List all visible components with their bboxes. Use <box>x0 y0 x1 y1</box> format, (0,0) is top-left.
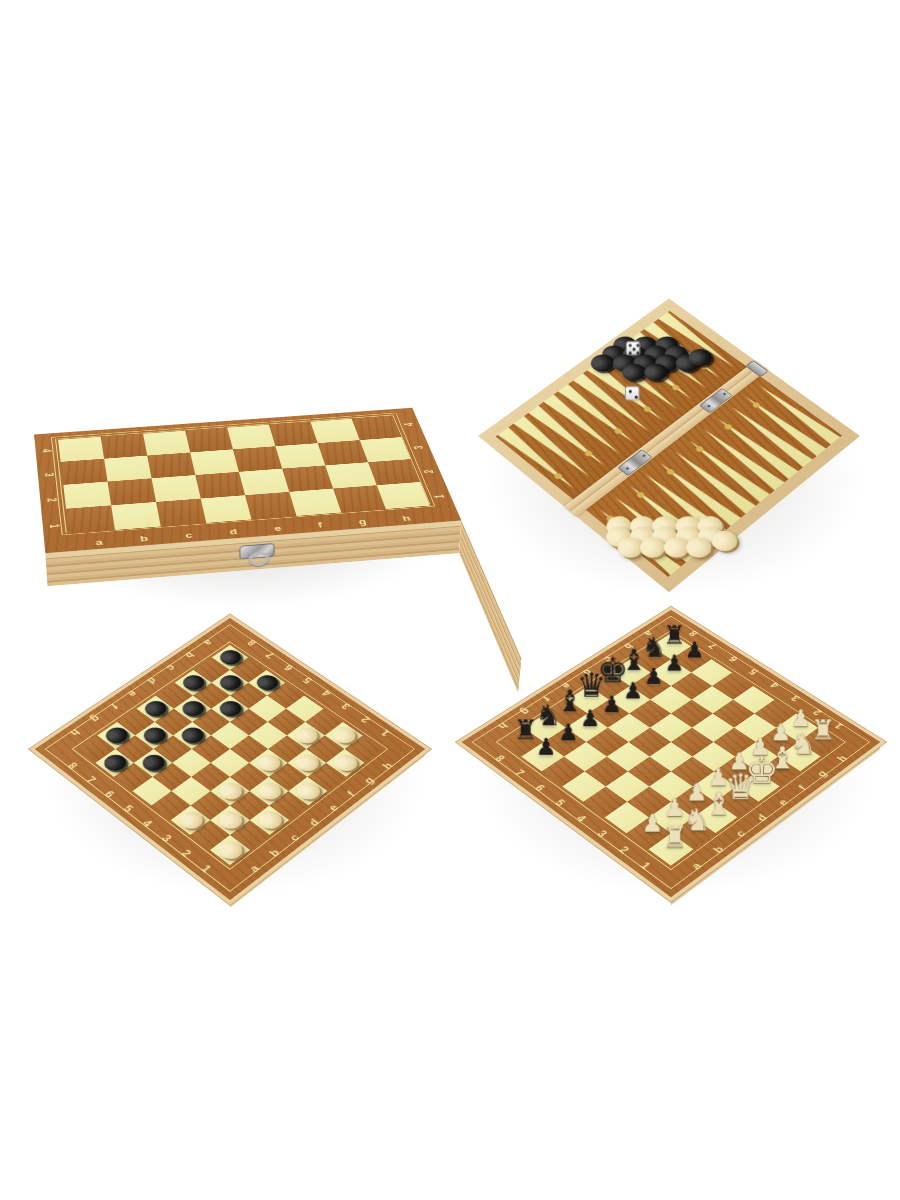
light-square <box>152 475 201 502</box>
light-square <box>111 502 161 530</box>
metal-clasp <box>235 542 276 564</box>
checkers-board-rank-right-label: 4 <box>320 688 333 697</box>
chess-piece-white-rook: ♜ <box>643 823 707 852</box>
checkers-board-rank-left-label: 5 <box>121 803 135 813</box>
checkers-board-file-bottom-label: g <box>362 775 376 785</box>
chess-board-rank-right-label: 4 <box>769 681 782 689</box>
light-square <box>190 449 239 475</box>
checkers-board-rank-left-label: 1 <box>199 863 213 874</box>
chess-board-rank-left-label: 1 <box>638 861 652 871</box>
box-file-label: a <box>95 539 103 547</box>
dark-square <box>147 452 195 478</box>
checkers-board: abcdefghabcdefgh1234567812345678 <box>35 618 425 900</box>
checkers-board-rank-left-label: 2 <box>179 848 193 859</box>
box-rank-left-label: 4 <box>40 448 52 452</box>
dark-square <box>245 492 296 520</box>
checkers-board-rank-left-label: 8 <box>65 761 79 771</box>
chess-3d: abcdefghabcdefgh1234567812345678♜♞♝♛♚♝♞♜… <box>462 610 881 897</box>
dark-square <box>368 459 420 485</box>
box-file-label: e <box>273 525 282 532</box>
dark-square <box>156 499 206 527</box>
dark-square <box>269 422 318 447</box>
checkers-board-file-top-label: c <box>165 663 178 672</box>
chess-board-rank-right-label: 6 <box>727 655 740 663</box>
product-photo: abcdefgh12341234 abcdefghabcdefgh1234567… <box>0 0 900 1200</box>
backgammon-view <box>534 301 804 571</box>
box-file-label: c <box>185 532 193 539</box>
box-rank-left-label: 3 <box>43 472 55 476</box>
checkers-board-rank-right-label: 7 <box>264 651 277 660</box>
checkers-board-file-top-label: d <box>145 676 158 685</box>
chess-board-file-bottom-label: e <box>776 798 790 808</box>
light-square <box>104 456 152 482</box>
light-square <box>360 437 411 462</box>
gold-dot <box>583 450 593 458</box>
hinge-screw <box>722 392 726 395</box>
checkers-view: abcdefghabcdefgh1234567812345678 <box>92 611 368 887</box>
chess-board: abcdefghabcdefgh1234567812345678♜♞♝♛♚♝♞♜… <box>462 610 881 897</box>
checkers-board-file-top-label: g <box>89 714 102 724</box>
chess-board-file-bottom-label: h <box>835 754 849 764</box>
box-rank-right-label: 4 <box>403 422 416 426</box>
backgammon-3d <box>478 299 860 593</box>
chess-board-file-bottom-label: g <box>815 769 829 779</box>
closed-box-3d: abcdefgh12341234 <box>34 408 461 553</box>
backgammon-face <box>478 299 860 593</box>
checkers-board-file-bottom-label: a <box>247 863 261 874</box>
hinge-screw <box>625 467 629 470</box>
box-rank-right-label: 1 <box>433 494 446 499</box>
box-file-label: g <box>358 518 368 525</box>
checkers-board-rank-left-label: 7 <box>84 775 98 785</box>
chess-board-file-bottom-label: d <box>755 813 769 823</box>
box-rank-right-label: 3 <box>412 445 425 449</box>
box-file-label: f <box>317 522 323 529</box>
chess-piece-black-pawn: ♟ <box>516 736 577 759</box>
box-file-label: h <box>401 515 411 522</box>
gold-dot <box>553 472 563 480</box>
checkers-board-file-top-label: e <box>126 689 139 698</box>
checkers-board-rank-right-label: 2 <box>359 715 372 724</box>
chess-board-rank-left-label: 3 <box>595 829 609 839</box>
chess-board-file-bottom-label: a <box>689 861 703 871</box>
light-square <box>227 425 275 450</box>
checkers-board-rank-right-label: 1 <box>379 728 392 737</box>
chess-board-rank-left-label: 2 <box>617 845 631 855</box>
dark-square <box>185 428 233 453</box>
checkers-board-file-top-label: h <box>68 728 81 738</box>
box-file-label: b <box>140 535 149 543</box>
checkers-board-file-bottom-label: f <box>345 790 357 799</box>
light-square <box>201 495 252 523</box>
light-square <box>58 437 104 462</box>
chess-board-rank-left-label: 7 <box>513 768 527 777</box>
checkers-board-rank-right-label: 8 <box>245 638 257 647</box>
closed-box-view: abcdefgh12341234 <box>40 366 440 586</box>
checkers-board-file-top-label: b <box>183 651 196 660</box>
dark-square <box>61 459 108 485</box>
chess-board-rank-left-label: 5 <box>553 798 567 808</box>
checkers-board-rank-right-label: 3 <box>339 701 352 710</box>
checkers-board-file-bottom-label: c <box>287 833 301 843</box>
dark-square <box>101 434 148 459</box>
backgammon-point <box>670 447 756 513</box>
dark-square <box>195 472 245 499</box>
metal-clasp-ring <box>249 551 270 566</box>
checkers-board-squares <box>77 645 382 865</box>
checkers-board-file-bottom-label: d <box>307 817 321 828</box>
box-rank-right-label: 2 <box>422 469 435 473</box>
checkers-board-file-bottom-label: h <box>381 761 395 771</box>
backgammon-point <box>684 437 770 503</box>
chess-board-rank-left-label: 6 <box>533 783 547 792</box>
box-rank-left-label: 1 <box>48 523 61 528</box>
checkers-board-rank-right-label: 5 <box>301 676 314 685</box>
gold-dot <box>636 491 646 499</box>
checkers-3d: abcdefghabcdefgh1234567812345678 <box>35 618 425 900</box>
chess-board-file-bottom-label: b <box>711 844 726 854</box>
hinge-screw <box>707 404 711 407</box>
light-square <box>239 469 289 496</box>
chess-board-file-bottom-label: c <box>733 829 747 839</box>
box-file-label: d <box>229 528 238 535</box>
dark-square <box>233 446 282 472</box>
chess-board-rank-right-label: 5 <box>748 668 761 676</box>
checkers-board-file-bottom-label: e <box>326 803 340 813</box>
chess-board-rank-left-label: 8 <box>493 754 507 763</box>
chess-board-file-bottom-label: f <box>797 784 809 792</box>
gold-dot <box>665 468 675 476</box>
dark-square <box>108 478 157 505</box>
light-square <box>275 443 325 468</box>
dark-square <box>352 416 402 440</box>
chess-view: abcdefghabcdefgh1234567812345678♜♞♝♛♚♝♞♜… <box>523 594 819 890</box>
checkers-board-rank-left-label: 3 <box>159 833 173 843</box>
light-square <box>143 431 190 456</box>
chess-board-rank-left-label: 4 <box>574 813 588 823</box>
checkers-board-rank-left-label: 4 <box>140 818 154 828</box>
light-square <box>377 482 430 509</box>
checkers-board-file-top-label: a <box>202 638 214 647</box>
light-square <box>289 489 341 517</box>
gold-dot <box>695 445 705 453</box>
box-rank-left-label: 2 <box>45 497 58 502</box>
checkers-board-rank-right-label: 6 <box>282 663 295 672</box>
checkers-board-file-bottom-label: b <box>267 848 281 859</box>
dark-square <box>282 465 333 491</box>
dark-square <box>66 505 115 533</box>
checkers-board-file-top-label: f <box>109 702 120 710</box>
chess-board-rank-right-label: 3 <box>790 694 803 703</box>
checkers-board-rank-left-label: 6 <box>102 789 116 799</box>
light-square <box>63 482 111 509</box>
